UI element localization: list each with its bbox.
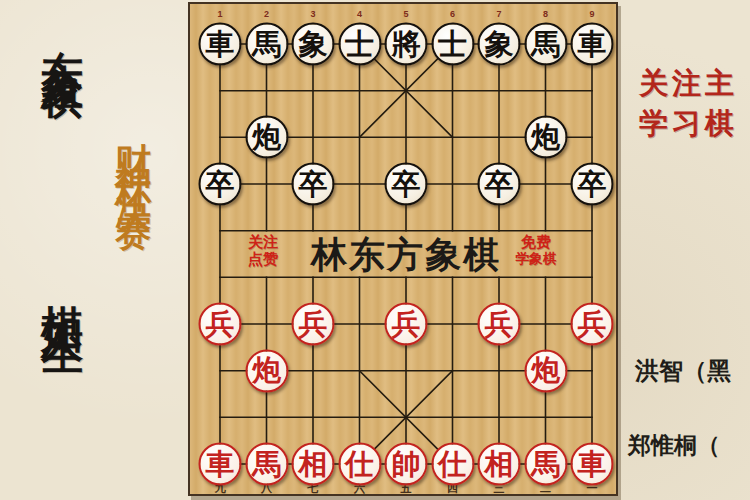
piece-red-7-7[interactable]: 兵 — [478, 303, 521, 346]
player-name-black: 洪智（黑 — [635, 355, 731, 387]
piece-black-5-4[interactable]: 卒 — [385, 163, 428, 206]
piece-black-9-1[interactable]: 車 — [571, 23, 614, 66]
piece-black-7-4[interactable]: 卒 — [478, 163, 521, 206]
piece-black-2-1[interactable]: 馬 — [245, 23, 288, 66]
player-name-red: 郑惟桐（ — [628, 430, 720, 461]
piece-black-4-1[interactable]: 士 — [338, 23, 381, 66]
piece-red-3-7[interactable]: 兵 — [292, 303, 335, 346]
file-label-file-top-1: 1 — [217, 9, 222, 19]
piece-red-5-10[interactable]: 帥 — [385, 443, 428, 486]
file-label-file-top-2: 2 — [264, 9, 269, 19]
slogan-chess-like-life: 棋如人生 — [34, 271, 90, 307]
file-label-file-top-3: 3 — [310, 9, 315, 19]
piece-red-7-10[interactable]: 相 — [478, 443, 521, 486]
video-thumbnail-canvas: 东方象棋 棋如人生 财神杯决赛 — [0, 0, 750, 500]
piece-black-1-4[interactable]: 卒 — [199, 163, 242, 206]
piece-red-1-7[interactable]: 兵 — [199, 303, 242, 346]
xiangqi-board: 123456789 九八七六五四三二一 关注 点赞 林东方象棋 免费 学象棋 車… — [188, 2, 618, 496]
piece-red-4-10[interactable]: 仕 — [338, 443, 381, 486]
promo-follow-streamer: 关注主 — [639, 64, 750, 104]
piece-red-8-8[interactable]: 炮 — [524, 349, 567, 392]
piece-red-5-7[interactable]: 兵 — [385, 303, 428, 346]
piece-red-9-7[interactable]: 兵 — [571, 303, 614, 346]
piece-red-2-8[interactable]: 炮 — [245, 349, 288, 392]
piece-red-2-10[interactable]: 馬 — [245, 443, 288, 486]
piece-black-7-1[interactable]: 象 — [478, 23, 521, 66]
piece-black-1-1[interactable]: 車 — [199, 23, 242, 66]
event-caishen-cup-final: 财神杯决赛 — [108, 114, 157, 199]
piece-black-9-4[interactable]: 卒 — [571, 163, 614, 206]
piece-red-9-10[interactable]: 車 — [571, 443, 614, 486]
piece-red-8-10[interactable]: 馬 — [524, 443, 567, 486]
file-label-file-top-5: 5 — [403, 9, 408, 19]
piece-black-8-1[interactable]: 馬 — [524, 23, 567, 66]
piece-black-5-1[interactable]: 將 — [385, 23, 428, 66]
file-label-file-top-6: 6 — [450, 9, 455, 19]
file-label-file-top-8: 8 — [543, 9, 548, 19]
piece-black-3-1[interactable]: 象 — [292, 23, 335, 66]
piece-black-2-3[interactable]: 炮 — [245, 116, 288, 159]
piece-black-8-3[interactable]: 炮 — [524, 116, 567, 159]
piece-red-1-10[interactable]: 車 — [199, 443, 242, 486]
piece-red-3-10[interactable]: 相 — [292, 443, 335, 486]
piece-black-3-4[interactable]: 卒 — [292, 163, 335, 206]
file-label-file-top-9: 9 — [589, 9, 594, 19]
piece-black-6-1[interactable]: 士 — [431, 23, 474, 66]
file-label-file-top-7: 7 — [496, 9, 501, 19]
promo-learn-chess: 学习棋 — [639, 104, 750, 144]
file-label-file-top-4: 4 — [357, 9, 362, 19]
piece-red-6-10[interactable]: 仕 — [431, 443, 474, 486]
slogan-dongfang-xiangqi: 东方象棋 — [34, 16, 90, 52]
river-text-channel-title: 林东方象棋 — [286, 231, 526, 280]
river-text-free-learning: 免费 学象棋 — [498, 233, 574, 267]
